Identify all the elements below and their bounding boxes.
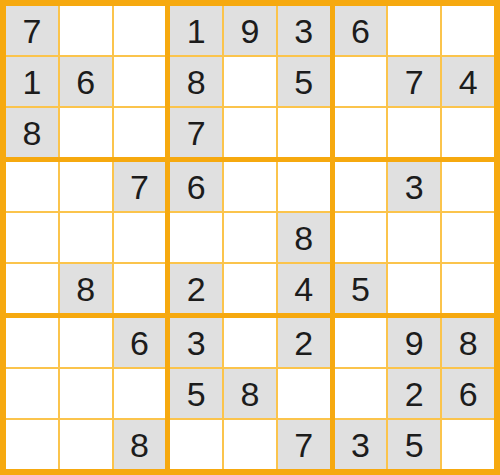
cell-r8c7[interactable] [335,369,387,418]
cell-r5c9[interactable] [442,213,494,262]
cell-r4c6[interactable] [278,162,330,211]
cell-r8c9: 6 [442,369,494,418]
cell-r6c8[interactable] [388,264,440,313]
cell-r1c2[interactable] [60,6,112,55]
cell-r6c9[interactable] [442,264,494,313]
cell-r5c5[interactable] [224,213,276,262]
cell-r9c4[interactable] [170,420,222,469]
cell-r6c7: 5 [335,264,387,313]
cell-r3c8[interactable] [388,108,440,157]
cell-r8c1[interactable] [6,369,58,418]
cell-r9c3: 8 [114,420,166,469]
cell-r6c3[interactable] [114,264,166,313]
cell-r9c6: 7 [278,420,330,469]
cell-r9c9[interactable] [442,420,494,469]
cell-r9c5[interactable] [224,420,276,469]
cell-r5c8[interactable] [388,213,440,262]
cell-r9c7: 3 [335,420,387,469]
cell-r4c4: 6 [170,162,222,211]
cell-r6c2: 8 [60,264,112,313]
cell-r2c1: 1 [6,57,58,106]
cell-r6c4: 2 [170,264,222,313]
cell-r2c3[interactable] [114,57,166,106]
cell-r7c7[interactable] [335,318,387,367]
cell-r4c5[interactable] [224,162,276,211]
cell-r1c5: 9 [224,6,276,55]
cell-r7c4: 3 [170,318,222,367]
cell-r5c4[interactable] [170,213,222,262]
cell-r4c8: 3 [388,162,440,211]
cell-r6c1[interactable] [6,264,58,313]
cell-r5c1[interactable] [6,213,58,262]
cell-r3c6[interactable] [278,108,330,157]
box-6: 35 [335,162,494,313]
cell-r2c4: 8 [170,57,222,106]
cell-r1c7: 6 [335,6,387,55]
cell-r1c3[interactable] [114,6,166,55]
cell-r6c5[interactable] [224,264,276,313]
box-8: 32587 [170,318,329,469]
cell-r2c9: 4 [442,57,494,106]
cell-r5c2[interactable] [60,213,112,262]
cell-r7c3: 6 [114,318,166,367]
cell-r3c4: 7 [170,108,222,157]
cell-r7c9: 8 [442,318,494,367]
cell-r9c2[interactable] [60,420,112,469]
cell-r3c3[interactable] [114,108,166,157]
cell-r5c6: 8 [278,213,330,262]
cell-r2c2: 6 [60,57,112,106]
cell-r2c7[interactable] [335,57,387,106]
cell-r7c6: 2 [278,318,330,367]
cell-r4c1[interactable] [6,162,58,211]
cell-r3c7[interactable] [335,108,387,157]
cell-r5c3[interactable] [114,213,166,262]
cell-r8c4: 5 [170,369,222,418]
cell-r7c2[interactable] [60,318,112,367]
cell-r4c2[interactable] [60,162,112,211]
cell-r1c9[interactable] [442,6,494,55]
box-1: 7168 [6,6,165,157]
cell-r8c6[interactable] [278,369,330,418]
box-7: 68 [6,318,165,469]
cell-r8c5: 8 [224,369,276,418]
box-3: 674 [335,6,494,157]
cell-r9c1[interactable] [6,420,58,469]
sudoku-board: 7168193857674786824356832587982635 [0,0,500,475]
cell-r3c2[interactable] [60,108,112,157]
cell-r4c3: 7 [114,162,166,211]
cell-r8c3[interactable] [114,369,166,418]
cell-r6c6: 4 [278,264,330,313]
cell-r3c1: 8 [6,108,58,157]
cell-r1c4: 1 [170,6,222,55]
cell-r8c8: 2 [388,369,440,418]
cell-r3c5[interactable] [224,108,276,157]
cell-r7c1[interactable] [6,318,58,367]
box-2: 193857 [170,6,329,157]
cell-r1c6: 3 [278,6,330,55]
cell-r1c1: 7 [6,6,58,55]
cell-r2c6: 5 [278,57,330,106]
cell-r4c7[interactable] [335,162,387,211]
cell-r9c8: 5 [388,420,440,469]
cell-r7c5[interactable] [224,318,276,367]
box-9: 982635 [335,318,494,469]
cell-r7c8: 9 [388,318,440,367]
cell-r4c9[interactable] [442,162,494,211]
box-5: 6824 [170,162,329,313]
cell-r5c7[interactable] [335,213,387,262]
cell-r3c9[interactable] [442,108,494,157]
cell-r2c8: 7 [388,57,440,106]
cell-r1c8[interactable] [388,6,440,55]
box-4: 78 [6,162,165,313]
cell-r8c2[interactable] [60,369,112,418]
cell-r2c5[interactable] [224,57,276,106]
